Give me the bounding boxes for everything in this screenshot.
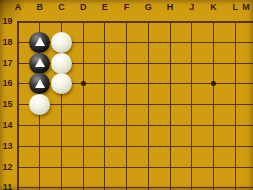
white-stone-C18[interactable] <box>51 32 72 53</box>
white-stone-C17[interactable] <box>51 53 72 74</box>
go-board: ABCDEFGHJKLM 191817161514131211 <box>0 0 253 190</box>
white-stone-B15[interactable] <box>29 94 50 115</box>
black-stone-B18[interactable] <box>29 32 50 53</box>
triangle-mark <box>35 79 45 88</box>
black-stone-B17[interactable] <box>29 53 50 74</box>
intersection-grid[interactable] <box>7 11 253 190</box>
triangle-mark <box>35 58 45 67</box>
white-stone-C16[interactable] <box>51 73 72 94</box>
triangle-mark <box>35 37 45 46</box>
black-stone-B16[interactable] <box>29 73 50 94</box>
